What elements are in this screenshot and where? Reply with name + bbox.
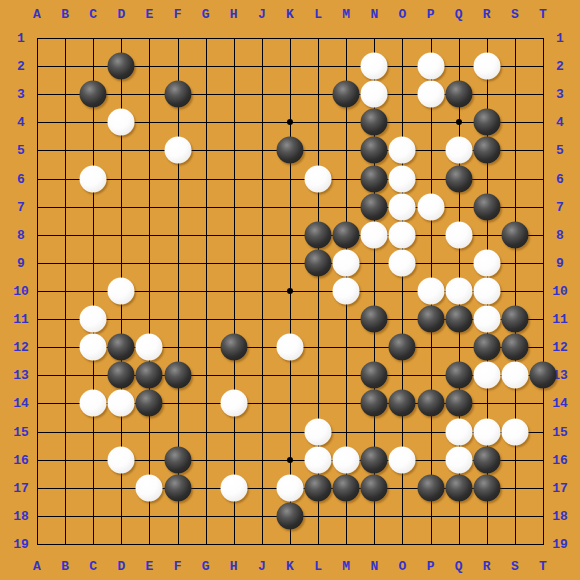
point-T17[interactable] [529, 474, 557, 502]
point-N1[interactable] [360, 24, 388, 52]
point-P7[interactable] [417, 193, 445, 221]
point-M3[interactable] [332, 80, 360, 108]
point-B8[interactable] [51, 221, 79, 249]
point-B11[interactable] [51, 305, 79, 333]
point-Q5[interactable] [445, 136, 473, 164]
point-R17[interactable] [473, 474, 501, 502]
point-D9[interactable] [107, 249, 135, 277]
point-R4[interactable] [473, 108, 501, 136]
point-Q12[interactable] [445, 333, 473, 361]
point-K17[interactable] [276, 474, 304, 502]
point-A11[interactable] [23, 305, 51, 333]
point-B9[interactable] [51, 249, 79, 277]
point-H18[interactable] [220, 502, 248, 530]
point-F7[interactable] [164, 193, 192, 221]
point-E10[interactable] [135, 277, 163, 305]
point-J12[interactable] [248, 333, 276, 361]
point-G5[interactable] [192, 136, 220, 164]
point-A3[interactable] [23, 80, 51, 108]
point-K14[interactable] [276, 389, 304, 417]
point-Q7[interactable] [445, 193, 473, 221]
point-B1[interactable] [51, 24, 79, 52]
point-C16[interactable] [79, 446, 107, 474]
point-L2[interactable] [304, 52, 332, 80]
point-R2[interactable] [473, 52, 501, 80]
point-F1[interactable] [164, 24, 192, 52]
point-Q1[interactable] [445, 24, 473, 52]
point-Q8[interactable] [445, 221, 473, 249]
point-R13[interactable] [473, 361, 501, 389]
point-C18[interactable] [79, 502, 107, 530]
point-J4[interactable] [248, 108, 276, 136]
point-H16[interactable] [220, 446, 248, 474]
point-H13[interactable] [220, 361, 248, 389]
point-L5[interactable] [304, 136, 332, 164]
point-D4[interactable] [107, 108, 135, 136]
point-S9[interactable] [501, 249, 529, 277]
point-K16[interactable] [276, 446, 304, 474]
point-O6[interactable] [388, 165, 416, 193]
point-D3[interactable] [107, 80, 135, 108]
point-T5[interactable] [529, 136, 557, 164]
point-P5[interactable] [417, 136, 445, 164]
point-M1[interactable] [332, 24, 360, 52]
point-B16[interactable] [51, 446, 79, 474]
point-G12[interactable] [192, 333, 220, 361]
point-L19[interactable] [304, 530, 332, 558]
point-J5[interactable] [248, 136, 276, 164]
point-N7[interactable] [360, 193, 388, 221]
point-E9[interactable] [135, 249, 163, 277]
point-G8[interactable] [192, 221, 220, 249]
point-C5[interactable] [79, 136, 107, 164]
point-L17[interactable] [304, 474, 332, 502]
point-J7[interactable] [248, 193, 276, 221]
point-S3[interactable] [501, 80, 529, 108]
point-T15[interactable] [529, 418, 557, 446]
point-J17[interactable] [248, 474, 276, 502]
point-Q11[interactable] [445, 305, 473, 333]
point-R9[interactable] [473, 249, 501, 277]
point-S6[interactable] [501, 165, 529, 193]
point-P9[interactable] [417, 249, 445, 277]
point-Q2[interactable] [445, 52, 473, 80]
point-O12[interactable] [388, 333, 416, 361]
point-S17[interactable] [501, 474, 529, 502]
point-K9[interactable] [276, 249, 304, 277]
point-G1[interactable] [192, 24, 220, 52]
point-D17[interactable] [107, 474, 135, 502]
point-T18[interactable] [529, 502, 557, 530]
point-L11[interactable] [304, 305, 332, 333]
point-N5[interactable] [360, 136, 388, 164]
point-D16[interactable] [107, 446, 135, 474]
point-P13[interactable] [417, 361, 445, 389]
point-F18[interactable] [164, 502, 192, 530]
point-E11[interactable] [135, 305, 163, 333]
point-N11[interactable] [360, 305, 388, 333]
point-E6[interactable] [135, 165, 163, 193]
point-K12[interactable] [276, 333, 304, 361]
point-P14[interactable] [417, 389, 445, 417]
point-O3[interactable] [388, 80, 416, 108]
point-P15[interactable] [417, 418, 445, 446]
point-L8[interactable] [304, 221, 332, 249]
point-A18[interactable] [23, 502, 51, 530]
point-K11[interactable] [276, 305, 304, 333]
point-P12[interactable] [417, 333, 445, 361]
point-E13[interactable] [135, 361, 163, 389]
point-G13[interactable] [192, 361, 220, 389]
point-C19[interactable] [79, 530, 107, 558]
point-T12[interactable] [529, 333, 557, 361]
point-S2[interactable] [501, 52, 529, 80]
point-C13[interactable] [79, 361, 107, 389]
point-R7[interactable] [473, 193, 501, 221]
point-D10[interactable] [107, 277, 135, 305]
point-L1[interactable] [304, 24, 332, 52]
point-M2[interactable] [332, 52, 360, 80]
point-C14[interactable] [79, 389, 107, 417]
point-D11[interactable] [107, 305, 135, 333]
point-C11[interactable] [79, 305, 107, 333]
point-Q19[interactable] [445, 530, 473, 558]
point-P1[interactable] [417, 24, 445, 52]
point-C9[interactable] [79, 249, 107, 277]
point-B7[interactable] [51, 193, 79, 221]
point-S11[interactable] [501, 305, 529, 333]
point-D5[interactable] [107, 136, 135, 164]
point-T11[interactable] [529, 305, 557, 333]
point-G10[interactable] [192, 277, 220, 305]
point-C3[interactable] [79, 80, 107, 108]
point-M15[interactable] [332, 418, 360, 446]
point-F2[interactable] [164, 52, 192, 80]
point-H15[interactable] [220, 418, 248, 446]
point-F17[interactable] [164, 474, 192, 502]
point-M10[interactable] [332, 277, 360, 305]
point-H14[interactable] [220, 389, 248, 417]
point-T3[interactable] [529, 80, 557, 108]
point-J19[interactable] [248, 530, 276, 558]
point-R14[interactable] [473, 389, 501, 417]
point-T8[interactable] [529, 221, 557, 249]
point-N2[interactable] [360, 52, 388, 80]
point-M7[interactable] [332, 193, 360, 221]
point-R6[interactable] [473, 165, 501, 193]
point-D8[interactable] [107, 221, 135, 249]
point-A9[interactable] [23, 249, 51, 277]
point-T19[interactable] [529, 530, 557, 558]
point-H10[interactable] [220, 277, 248, 305]
point-O1[interactable] [388, 24, 416, 52]
point-Q6[interactable] [445, 165, 473, 193]
point-B14[interactable] [51, 389, 79, 417]
point-R1[interactable] [473, 24, 501, 52]
point-D14[interactable] [107, 389, 135, 417]
point-N13[interactable] [360, 361, 388, 389]
point-S8[interactable] [501, 221, 529, 249]
point-N10[interactable] [360, 277, 388, 305]
point-N14[interactable] [360, 389, 388, 417]
point-B19[interactable] [51, 530, 79, 558]
point-C15[interactable] [79, 418, 107, 446]
point-E14[interactable] [135, 389, 163, 417]
point-D12[interactable] [107, 333, 135, 361]
point-H12[interactable] [220, 333, 248, 361]
point-H7[interactable] [220, 193, 248, 221]
point-P6[interactable] [417, 165, 445, 193]
point-H2[interactable] [220, 52, 248, 80]
point-R11[interactable] [473, 305, 501, 333]
point-O7[interactable] [388, 193, 416, 221]
point-M5[interactable] [332, 136, 360, 164]
point-M12[interactable] [332, 333, 360, 361]
point-L9[interactable] [304, 249, 332, 277]
point-Q15[interactable] [445, 418, 473, 446]
point-C17[interactable] [79, 474, 107, 502]
point-J13[interactable] [248, 361, 276, 389]
point-S7[interactable] [501, 193, 529, 221]
point-M17[interactable] [332, 474, 360, 502]
point-A6[interactable] [23, 165, 51, 193]
point-G17[interactable] [192, 474, 220, 502]
point-H11[interactable] [220, 305, 248, 333]
point-E5[interactable] [135, 136, 163, 164]
point-N16[interactable] [360, 446, 388, 474]
point-E4[interactable] [135, 108, 163, 136]
point-G9[interactable] [192, 249, 220, 277]
point-N12[interactable] [360, 333, 388, 361]
point-B13[interactable] [51, 361, 79, 389]
point-O13[interactable] [388, 361, 416, 389]
point-A10[interactable] [23, 277, 51, 305]
point-N3[interactable] [360, 80, 388, 108]
point-F3[interactable] [164, 80, 192, 108]
point-R8[interactable] [473, 221, 501, 249]
point-H4[interactable] [220, 108, 248, 136]
point-J18[interactable] [248, 502, 276, 530]
point-C1[interactable] [79, 24, 107, 52]
point-E7[interactable] [135, 193, 163, 221]
point-M8[interactable] [332, 221, 360, 249]
point-D13[interactable] [107, 361, 135, 389]
point-L4[interactable] [304, 108, 332, 136]
point-N6[interactable] [360, 165, 388, 193]
point-J16[interactable] [248, 446, 276, 474]
point-L7[interactable] [304, 193, 332, 221]
point-P8[interactable] [417, 221, 445, 249]
point-P3[interactable] [417, 80, 445, 108]
point-K5[interactable] [276, 136, 304, 164]
point-F5[interactable] [164, 136, 192, 164]
point-M11[interactable] [332, 305, 360, 333]
point-J6[interactable] [248, 165, 276, 193]
point-O9[interactable] [388, 249, 416, 277]
point-G11[interactable] [192, 305, 220, 333]
point-D7[interactable] [107, 193, 135, 221]
point-B17[interactable] [51, 474, 79, 502]
point-N17[interactable] [360, 474, 388, 502]
point-O4[interactable] [388, 108, 416, 136]
point-T4[interactable] [529, 108, 557, 136]
point-M14[interactable] [332, 389, 360, 417]
point-N18[interactable] [360, 502, 388, 530]
point-G3[interactable] [192, 80, 220, 108]
point-S15[interactable] [501, 418, 529, 446]
point-K3[interactable] [276, 80, 304, 108]
point-H1[interactable] [220, 24, 248, 52]
point-O2[interactable] [388, 52, 416, 80]
point-N4[interactable] [360, 108, 388, 136]
point-T6[interactable] [529, 165, 557, 193]
point-F4[interactable] [164, 108, 192, 136]
point-J15[interactable] [248, 418, 276, 446]
point-A5[interactable] [23, 136, 51, 164]
point-B6[interactable] [51, 165, 79, 193]
point-M6[interactable] [332, 165, 360, 193]
point-Q9[interactable] [445, 249, 473, 277]
point-G19[interactable] [192, 530, 220, 558]
point-S19[interactable] [501, 530, 529, 558]
point-C2[interactable] [79, 52, 107, 80]
point-E3[interactable] [135, 80, 163, 108]
point-P2[interactable] [417, 52, 445, 80]
point-E17[interactable] [135, 474, 163, 502]
point-C4[interactable] [79, 108, 107, 136]
point-D19[interactable] [107, 530, 135, 558]
point-O19[interactable] [388, 530, 416, 558]
point-N8[interactable] [360, 221, 388, 249]
point-E1[interactable] [135, 24, 163, 52]
point-L12[interactable] [304, 333, 332, 361]
point-F14[interactable] [164, 389, 192, 417]
point-A14[interactable] [23, 389, 51, 417]
point-P4[interactable] [417, 108, 445, 136]
point-T14[interactable] [529, 389, 557, 417]
point-S13[interactable] [501, 361, 529, 389]
point-B2[interactable] [51, 52, 79, 80]
point-K19[interactable] [276, 530, 304, 558]
point-O10[interactable] [388, 277, 416, 305]
point-T9[interactable] [529, 249, 557, 277]
point-E8[interactable] [135, 221, 163, 249]
point-P19[interactable] [417, 530, 445, 558]
point-G6[interactable] [192, 165, 220, 193]
point-A19[interactable] [23, 530, 51, 558]
point-L15[interactable] [304, 418, 332, 446]
point-C12[interactable] [79, 333, 107, 361]
point-T13[interactable] [529, 361, 557, 389]
point-K10[interactable] [276, 277, 304, 305]
point-J3[interactable] [248, 80, 276, 108]
point-C7[interactable] [79, 193, 107, 221]
point-A1[interactable] [23, 24, 51, 52]
point-B4[interactable] [51, 108, 79, 136]
point-P16[interactable] [417, 446, 445, 474]
point-S12[interactable] [501, 333, 529, 361]
point-S18[interactable] [501, 502, 529, 530]
point-F13[interactable] [164, 361, 192, 389]
point-S1[interactable] [501, 24, 529, 52]
point-T10[interactable] [529, 277, 557, 305]
point-H17[interactable] [220, 474, 248, 502]
point-C10[interactable] [79, 277, 107, 305]
point-M9[interactable] [332, 249, 360, 277]
point-K1[interactable] [276, 24, 304, 52]
point-A17[interactable] [23, 474, 51, 502]
point-E15[interactable] [135, 418, 163, 446]
point-R3[interactable] [473, 80, 501, 108]
point-M16[interactable] [332, 446, 360, 474]
point-T2[interactable] [529, 52, 557, 80]
point-S5[interactable] [501, 136, 529, 164]
point-T7[interactable] [529, 193, 557, 221]
point-T16[interactable] [529, 446, 557, 474]
point-J10[interactable] [248, 277, 276, 305]
point-O17[interactable] [388, 474, 416, 502]
point-Q4[interactable] [445, 108, 473, 136]
point-S16[interactable] [501, 446, 529, 474]
point-P18[interactable] [417, 502, 445, 530]
point-N19[interactable] [360, 530, 388, 558]
point-D18[interactable] [107, 502, 135, 530]
point-N9[interactable] [360, 249, 388, 277]
point-A12[interactable] [23, 333, 51, 361]
point-A16[interactable] [23, 446, 51, 474]
point-B15[interactable] [51, 418, 79, 446]
point-R19[interactable] [473, 530, 501, 558]
point-A7[interactable] [23, 193, 51, 221]
point-B5[interactable] [51, 136, 79, 164]
point-H9[interactable] [220, 249, 248, 277]
point-F12[interactable] [164, 333, 192, 361]
point-R5[interactable] [473, 136, 501, 164]
point-E19[interactable] [135, 530, 163, 558]
point-K6[interactable] [276, 165, 304, 193]
point-F11[interactable] [164, 305, 192, 333]
point-E12[interactable] [135, 333, 163, 361]
point-S14[interactable] [501, 389, 529, 417]
point-L18[interactable] [304, 502, 332, 530]
point-M13[interactable] [332, 361, 360, 389]
point-D15[interactable] [107, 418, 135, 446]
point-Q10[interactable] [445, 277, 473, 305]
point-Q14[interactable] [445, 389, 473, 417]
point-C6[interactable] [79, 165, 107, 193]
point-L6[interactable] [304, 165, 332, 193]
point-K18[interactable] [276, 502, 304, 530]
point-J1[interactable] [248, 24, 276, 52]
point-K13[interactable] [276, 361, 304, 389]
point-L10[interactable] [304, 277, 332, 305]
point-P17[interactable] [417, 474, 445, 502]
point-A15[interactable] [23, 418, 51, 446]
point-L3[interactable] [304, 80, 332, 108]
point-G16[interactable] [192, 446, 220, 474]
point-L16[interactable] [304, 446, 332, 474]
point-J11[interactable] [248, 305, 276, 333]
point-J8[interactable] [248, 221, 276, 249]
point-E2[interactable] [135, 52, 163, 80]
point-O11[interactable] [388, 305, 416, 333]
point-H19[interactable] [220, 530, 248, 558]
point-L14[interactable] [304, 389, 332, 417]
point-C8[interactable] [79, 221, 107, 249]
point-G15[interactable] [192, 418, 220, 446]
point-O16[interactable] [388, 446, 416, 474]
point-F19[interactable] [164, 530, 192, 558]
